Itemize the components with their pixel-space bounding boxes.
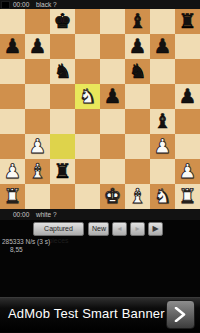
- square-d1[interactable]: [75, 184, 100, 209]
- piece-wb-b2: ♝: [25, 159, 50, 184]
- captured-pieces-button[interactable]: Captured pieces: [33, 222, 84, 236]
- square-d8[interactable]: [75, 9, 100, 34]
- new-game-button[interactable]: New: [88, 222, 109, 236]
- square-c6[interactable]: ♞: [50, 59, 75, 84]
- piece-wp-a2: ♟: [0, 159, 25, 184]
- square-a2[interactable]: ♟: [0, 159, 25, 184]
- square-a5[interactable]: [0, 84, 25, 109]
- square-c3[interactable]: [50, 134, 75, 159]
- piece-bn-f6: ♞: [125, 59, 150, 84]
- square-d2[interactable]: [75, 159, 100, 184]
- square-c8[interactable]: ♚: [50, 9, 75, 34]
- square-h4[interactable]: [175, 109, 200, 134]
- square-g6[interactable]: [150, 59, 175, 84]
- piece-wp-h2: ♟: [175, 159, 200, 184]
- white-clock: 00:00: [13, 209, 29, 220]
- square-b7[interactable]: ♟: [25, 34, 50, 59]
- square-d3[interactable]: [75, 134, 100, 159]
- square-g8[interactable]: [150, 9, 175, 34]
- square-b6[interactable]: [25, 59, 50, 84]
- nav-back-button[interactable]: ◂: [112, 222, 127, 236]
- square-b8[interactable]: [25, 9, 50, 34]
- piece-br-c2: ♜: [50, 159, 75, 184]
- square-h5[interactable]: ♟: [175, 84, 200, 109]
- square-h2[interactable]: ♟: [175, 159, 200, 184]
- square-a8[interactable]: [0, 9, 25, 34]
- engine-stats: 285333 N/s (3 s) 8,55: [2, 238, 50, 253]
- square-e1[interactable]: ♚: [100, 184, 125, 209]
- square-e5[interactable]: ♟: [100, 84, 125, 109]
- piece-wk-e1: ♚: [100, 184, 125, 209]
- chess-board[interactable]: ♚♝♜♟♟♟♟♞♞♞♟♟♝♟♟♟♝♜♟♜♚♝♞♜: [0, 9, 200, 209]
- piece-bp-h5: ♟: [175, 84, 200, 109]
- square-f4[interactable]: [125, 109, 150, 134]
- square-d4[interactable]: [75, 109, 100, 134]
- ad-banner-text: AdMob Test Smart Banner: [8, 303, 166, 325]
- square-b1[interactable]: [25, 184, 50, 209]
- piece-wp-g3: ♟: [150, 134, 175, 159]
- ad-banner[interactable]: AdMob Test Smart Banner: [0, 297, 200, 332]
- square-a4[interactable]: [0, 109, 25, 134]
- piece-bb-f8: ♝: [125, 9, 150, 34]
- square-a1[interactable]: ♜: [0, 184, 25, 209]
- square-c5[interactable]: [50, 84, 75, 109]
- nav-forward-button[interactable]: ▸: [130, 222, 145, 236]
- square-a7[interactable]: ♟: [0, 34, 25, 59]
- piece-wr-a1: ♜: [0, 184, 25, 209]
- square-d7[interactable]: [75, 34, 100, 59]
- white-status-bar: 00:00 white ?: [0, 209, 200, 220]
- square-c1[interactable]: [50, 184, 75, 209]
- ad-next-button[interactable]: [166, 300, 195, 329]
- square-g4[interactable]: ♝: [150, 109, 175, 134]
- piece-wn-g1: ♞: [150, 184, 175, 209]
- carousel-dots: [72, 326, 128, 333]
- piece-wn-d5: ♞: [75, 84, 100, 109]
- square-b2[interactable]: ♝: [25, 159, 50, 184]
- square-f3[interactable]: [125, 134, 150, 159]
- square-b5[interactable]: [25, 84, 50, 109]
- square-b4[interactable]: [25, 109, 50, 134]
- square-g1[interactable]: ♞: [150, 184, 175, 209]
- square-h3[interactable]: [175, 134, 200, 159]
- play-button[interactable]: ▶: [148, 222, 163, 236]
- piece-bk-c8: ♚: [50, 9, 75, 34]
- piece-bn-c6: ♞: [50, 59, 75, 84]
- piece-bp-g7: ♟: [150, 34, 175, 59]
- piece-bp-a7: ♟: [0, 34, 25, 59]
- square-f1[interactable]: ♝: [125, 184, 150, 209]
- black-clock: 00:00: [13, 0, 29, 9]
- square-e4[interactable]: [100, 109, 125, 134]
- piece-br-h8: ♜: [175, 9, 200, 34]
- square-e2[interactable]: [100, 159, 125, 184]
- square-c7[interactable]: [50, 34, 75, 59]
- white-turn-label: white ?: [36, 209, 57, 220]
- square-h1[interactable]: ♜: [175, 184, 200, 209]
- black-status-bar: 00:00 black ?: [0, 0, 200, 9]
- piece-wr-h1: ♜: [175, 184, 200, 209]
- square-b3[interactable]: ♟: [25, 134, 50, 159]
- square-f5[interactable]: [125, 84, 150, 109]
- piece-bp-f7: ♟: [125, 34, 150, 59]
- square-a6[interactable]: [0, 59, 25, 84]
- square-d5[interactable]: ♞: [75, 84, 100, 109]
- nodes-per-second: 285333 N/s (3 s): [2, 238, 50, 246]
- square-e6[interactable]: [100, 59, 125, 84]
- piece-wb-f1: ♝: [125, 184, 150, 209]
- piece-bb-g4: ♝: [150, 109, 175, 134]
- toolbar: Captured pieces New ◂ ▸ ▶: [0, 220, 200, 238]
- square-f8[interactable]: ♝: [125, 9, 150, 34]
- piece-wp-b3: ♟: [25, 134, 50, 159]
- square-c2[interactable]: ♜: [50, 159, 75, 184]
- square-f7[interactable]: ♟: [125, 34, 150, 59]
- square-e7[interactable]: [100, 34, 125, 59]
- chess-app-screen: 00:00 black ? ♚♝♜♟♟♟♟♞♞♞♟♟♝♟♟♟♝♜♟♜♚♝♞♜ 0…: [0, 0, 200, 333]
- square-g3[interactable]: ♟: [150, 134, 175, 159]
- square-g7[interactable]: ♟: [150, 34, 175, 59]
- piece-bp-b7: ♟: [25, 34, 50, 59]
- square-e8[interactable]: [100, 9, 125, 34]
- black-side-swatch: [1, 1, 10, 9]
- piece-bp-e5: ♟: [100, 84, 125, 109]
- square-c4[interactable]: [50, 109, 75, 134]
- square-d6[interactable]: [75, 59, 100, 84]
- square-h7[interactable]: [175, 34, 200, 59]
- square-g2[interactable]: [150, 159, 175, 184]
- square-h6[interactable]: [175, 59, 200, 84]
- square-e3[interactable]: [100, 134, 125, 159]
- evaluation-score: 8,55: [10, 246, 50, 254]
- square-g5[interactable]: [150, 84, 175, 109]
- square-f2[interactable]: [125, 159, 150, 184]
- square-h8[interactable]: ♜: [175, 9, 200, 34]
- square-a3[interactable]: [0, 134, 25, 159]
- black-turn-label: black ?: [36, 0, 57, 9]
- square-f6[interactable]: ♞: [125, 59, 150, 84]
- chevron-right-icon: [174, 307, 186, 322]
